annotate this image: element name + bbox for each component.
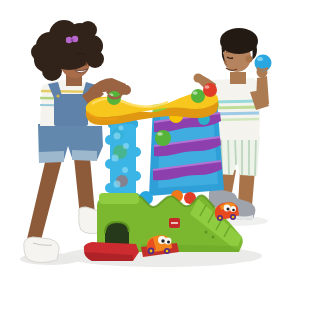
ball-highlight [205,85,210,88]
base-dot [212,236,215,239]
girl-shorts-cuff [72,150,97,161]
ball-highlight [193,91,198,94]
girl-back-leg [27,158,62,244]
boy-neck [230,72,246,84]
overall-button [56,94,59,97]
product-photo-illustration [0,0,320,320]
ball-red-tray [203,83,217,97]
girl-back-shoe [24,237,59,263]
product-photo [0,0,320,320]
ball-highlight [157,132,163,136]
base-dot [205,231,208,234]
step2-logo-mark [171,222,178,224]
girl-overalls-bib [54,94,88,126]
ball-green-ramp [155,130,171,146]
base-left-collar [99,193,139,204]
boy-right-hand [194,74,203,83]
girl-shorts-cuff [39,151,64,163]
boy-left-forearm [256,76,269,104]
ball-green-tray [191,89,205,103]
boy-ear [246,56,253,63]
ball-highlight [257,57,263,61]
